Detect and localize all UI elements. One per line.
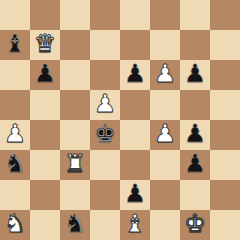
square-a7[interactable]: ♝ [0, 30, 30, 60]
white-queen[interactable]: ♛ [34, 29, 56, 59]
square-b2[interactable] [30, 180, 60, 210]
square-e2[interactable]: ♟ [120, 180, 150, 210]
square-d8[interactable] [90, 0, 120, 30]
square-c7[interactable] [60, 30, 90, 60]
square-g7[interactable] [180, 30, 210, 60]
square-c3[interactable]: ♜ [60, 150, 90, 180]
square-b7[interactable]: ♛ [30, 30, 60, 60]
square-d5[interactable]: ♟ [90, 90, 120, 120]
white-king[interactable]: ♚ [184, 209, 206, 239]
square-c2[interactable] [60, 180, 90, 210]
square-a6[interactable] [0, 60, 30, 90]
square-a8[interactable] [0, 0, 30, 30]
black-pawn[interactable]: ♟ [184, 59, 206, 89]
square-f5[interactable] [150, 90, 180, 120]
square-f8[interactable] [150, 0, 180, 30]
square-d4[interactable]: ♚ [90, 120, 120, 150]
white-pawn[interactable]: ♟ [94, 89, 116, 119]
square-h1[interactable] [210, 210, 240, 240]
white-pawn[interactable]: ♟ [4, 119, 26, 149]
square-h6[interactable] [210, 60, 240, 90]
square-g6[interactable]: ♟ [180, 60, 210, 90]
square-e1[interactable]: ♝ [120, 210, 150, 240]
square-a4[interactable]: ♟ [0, 120, 30, 150]
square-e8[interactable] [120, 0, 150, 30]
square-g5[interactable] [180, 90, 210, 120]
black-bishop[interactable]: ♝ [4, 29, 26, 59]
square-f6[interactable]: ♟ [150, 60, 180, 90]
square-h2[interactable] [210, 180, 240, 210]
white-pawn[interactable]: ♟ [154, 59, 176, 89]
square-f1[interactable] [150, 210, 180, 240]
square-e5[interactable] [120, 90, 150, 120]
square-b6[interactable]: ♟ [30, 60, 60, 90]
black-pawn[interactable]: ♟ [184, 149, 206, 179]
square-g1[interactable]: ♚ [180, 210, 210, 240]
square-h3[interactable] [210, 150, 240, 180]
square-c4[interactable] [60, 120, 90, 150]
square-d6[interactable] [90, 60, 120, 90]
square-f7[interactable] [150, 30, 180, 60]
black-king[interactable]: ♚ [94, 119, 116, 149]
square-f2[interactable] [150, 180, 180, 210]
square-d2[interactable] [90, 180, 120, 210]
square-h4[interactable] [210, 120, 240, 150]
square-e6[interactable]: ♟ [120, 60, 150, 90]
square-e3[interactable] [120, 150, 150, 180]
square-d7[interactable] [90, 30, 120, 60]
square-h5[interactable] [210, 90, 240, 120]
square-g8[interactable] [180, 0, 210, 30]
square-a2[interactable] [0, 180, 30, 210]
square-a1[interactable]: ♞ [0, 210, 30, 240]
square-g4[interactable]: ♟ [180, 120, 210, 150]
square-c1[interactable]: ♞ [60, 210, 90, 240]
square-c8[interactable] [60, 0, 90, 30]
square-c5[interactable] [60, 90, 90, 120]
white-rook[interactable]: ♜ [64, 149, 86, 179]
chess-board: ♝♛♟♟♟♟♟♟♚♟♟♞♜♟♟♞♞♝♚ [0, 0, 240, 240]
square-g2[interactable] [180, 180, 210, 210]
square-f3[interactable] [150, 150, 180, 180]
black-pawn[interactable]: ♟ [124, 179, 146, 209]
black-knight[interactable]: ♞ [64, 209, 86, 239]
black-pawn[interactable]: ♟ [34, 59, 56, 89]
square-h8[interactable] [210, 0, 240, 30]
square-e7[interactable] [120, 30, 150, 60]
black-pawn[interactable]: ♟ [184, 119, 206, 149]
square-a5[interactable] [0, 90, 30, 120]
square-b3[interactable] [30, 150, 60, 180]
square-g3[interactable]: ♟ [180, 150, 210, 180]
square-a3[interactable]: ♞ [0, 150, 30, 180]
square-b8[interactable] [30, 0, 60, 30]
square-h7[interactable] [210, 30, 240, 60]
white-pawn[interactable]: ♟ [154, 119, 176, 149]
black-knight[interactable]: ♞ [4, 149, 26, 179]
square-d1[interactable] [90, 210, 120, 240]
white-knight[interactable]: ♞ [4, 209, 26, 239]
white-bishop[interactable]: ♝ [124, 209, 146, 239]
square-c6[interactable] [60, 60, 90, 90]
black-pawn[interactable]: ♟ [124, 59, 146, 89]
square-e4[interactable] [120, 120, 150, 150]
square-d3[interactable] [90, 150, 120, 180]
square-f4[interactable]: ♟ [150, 120, 180, 150]
square-b1[interactable] [30, 210, 60, 240]
square-b5[interactable] [30, 90, 60, 120]
square-b4[interactable] [30, 120, 60, 150]
